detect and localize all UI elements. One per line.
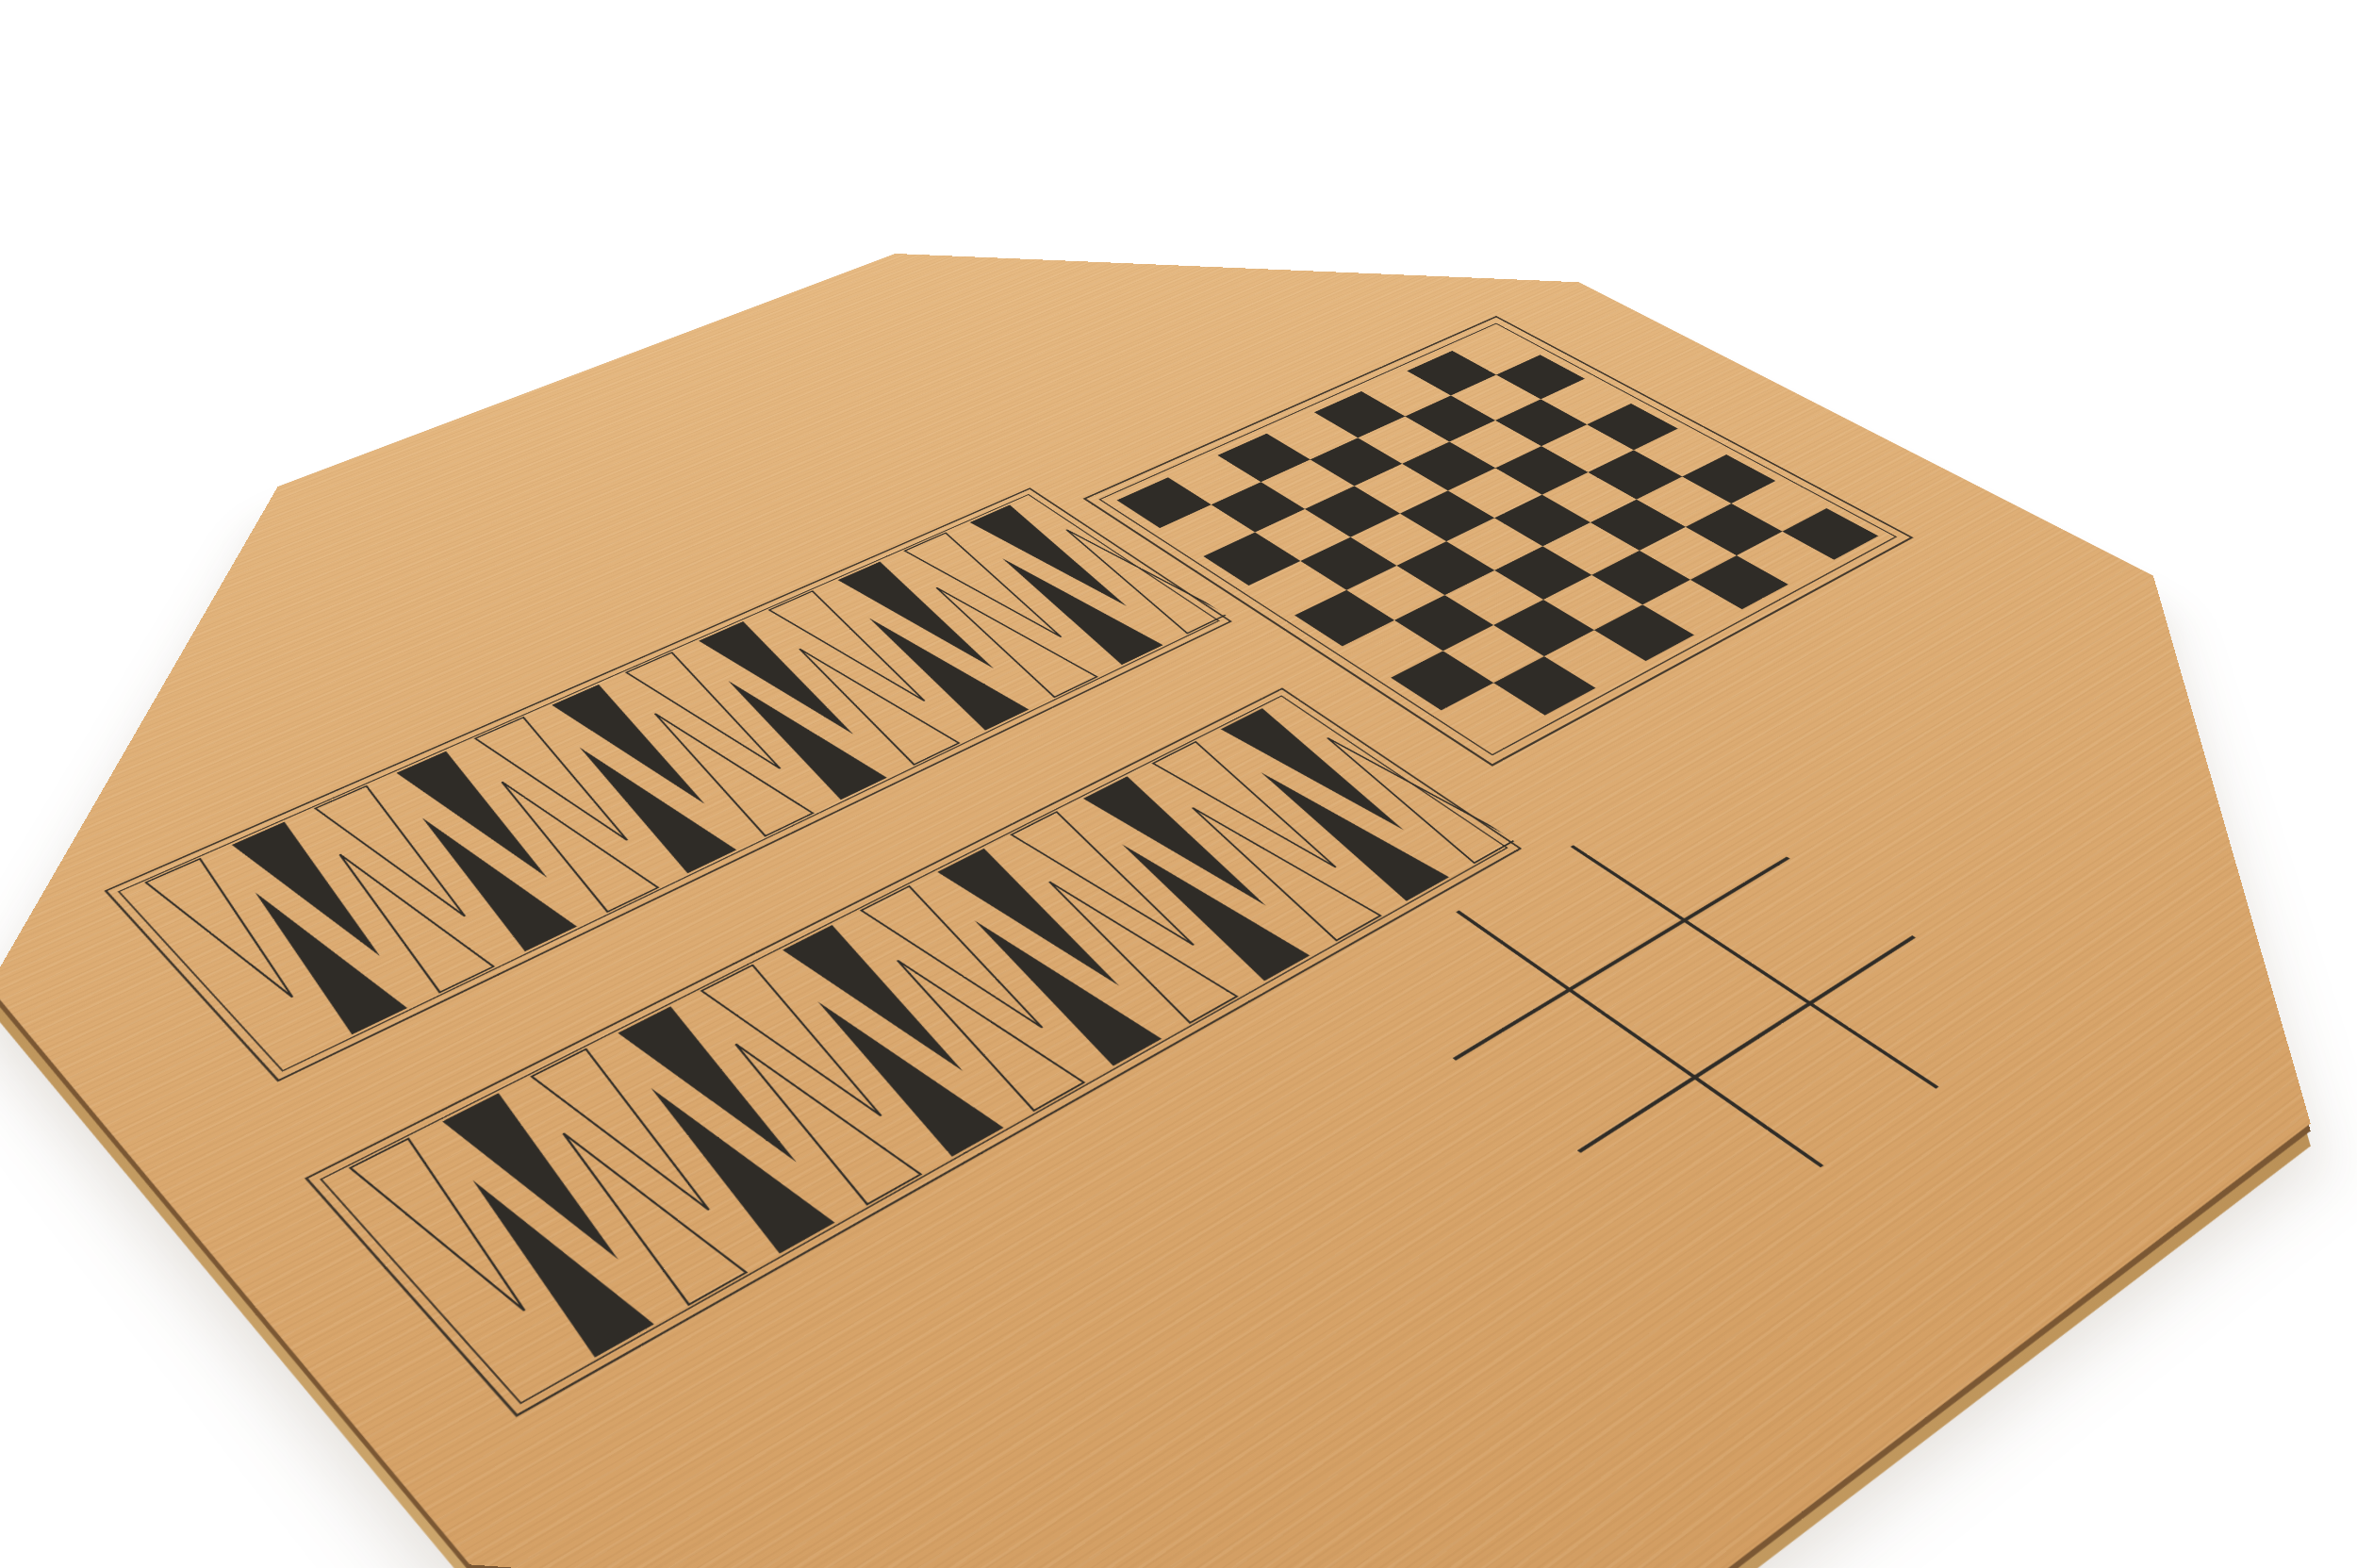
- chessboard: [1117, 331, 1879, 743]
- board-3d: [0, 234, 2357, 1568]
- board-face: [0, 234, 2357, 1568]
- chessboard-grid: [1117, 331, 1879, 743]
- backgammon-point[interactable]: [1307, 727, 1516, 863]
- product-photo-scene: [0, 0, 2357, 1568]
